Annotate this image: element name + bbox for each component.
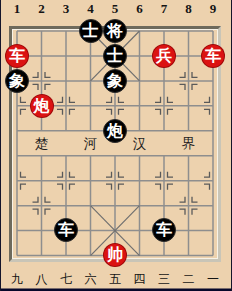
- piece-red-chariot[interactable]: 车: [5, 44, 29, 68]
- file-label-bottom-4: 六: [79, 271, 103, 288]
- piece-black-chariot[interactable]: 车: [152, 218, 176, 242]
- file-label-bottom-3: 七: [54, 271, 78, 288]
- xiangqi-board[interactable]: 士将车士兵车象象炮炮车车帅: [5, 19, 226, 268]
- piece-red-chariot[interactable]: 车: [201, 44, 225, 68]
- piece-black-cannon[interactable]: 炮: [103, 119, 127, 143]
- piece-black-advisor[interactable]: 士: [79, 19, 103, 43]
- piece-black-elephant[interactable]: 象: [103, 69, 127, 93]
- file-label-bottom-8: 二: [177, 271, 201, 288]
- file-label-bottom-2: 八: [30, 271, 54, 288]
- file-label-bottom-7: 三: [152, 271, 176, 288]
- piece-black-chariot[interactable]: 车: [54, 218, 78, 242]
- file-label-bottom-6: 四: [128, 271, 152, 288]
- piece-black-elephant[interactable]: 象: [5, 69, 29, 93]
- file-label-bottom-1: 九: [5, 271, 29, 288]
- piece-red-general[interactable]: 帅: [103, 243, 127, 267]
- file-label-bottom-5: 五: [103, 271, 127, 288]
- piece-red-cannon[interactable]: 炮: [30, 94, 54, 118]
- piece-black-advisor[interactable]: 士: [103, 44, 127, 68]
- file-label-bottom-9: 一: [201, 271, 225, 288]
- xiangqi-app-window: 123456789 楚河汉界 士将车士兵车象象炮炮车车帅 九八七六五四三二一: [0, 0, 232, 291]
- piece-black-general[interactable]: 将: [103, 19, 127, 43]
- piece-red-soldier[interactable]: 兵: [152, 44, 176, 68]
